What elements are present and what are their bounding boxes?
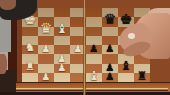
square-h1[interactable] [22,73,38,82]
white-pawn-h2[interactable]: ♟ [38,71,54,82]
square-a3[interactable] [54,8,70,17]
left-player-second-hand [0,54,7,74]
black-pawn-e6[interactable]: ♟ [102,43,118,54]
right-player-fingertip-highlight [128,33,135,39]
frame-inlay-line-dark [10,90,168,91]
white-bishop-c3[interactable]: ♝ [54,22,70,36]
square-a2[interactable] [38,8,54,17]
frame-inlay-line [10,88,168,89]
white-pawn-g3[interactable]: ♟ [54,62,70,73]
square-h3[interactable] [54,73,70,82]
square-h7[interactable] [118,73,134,82]
black-queen-b6[interactable]: ♛ [102,12,118,27]
square-d3[interactable] [54,36,70,45]
white-pawn-e4[interactable]: ♟ [70,43,86,54]
chess-photo-scene: ♚♛♝♞♜♝♟♟♟♟♟♚♛♝♜♟♟♟♟♟ [0,0,170,95]
square-c1[interactable] [22,27,38,36]
white-bishop-h5[interactable]: ♝ [86,69,102,83]
black-rook-h8[interactable]: ♜ [134,70,150,83]
square-b5[interactable] [86,17,102,26]
black-pawn-h6[interactable]: ♟ [102,71,118,82]
square-f5[interactable] [86,54,102,63]
black-pawn-e5[interactable]: ♟ [86,43,102,54]
square-c6[interactable] [102,27,118,36]
square-a5[interactable] [86,8,102,17]
square-c5[interactable] [86,27,102,36]
square-f2[interactable] [38,54,54,63]
white-knight-e1[interactable]: ♞ [22,41,38,54]
black-bishop-g7[interactable]: ♝ [118,59,134,73]
white-queen-c2[interactable]: ♛ [38,21,54,36]
white-pawn-e2[interactable]: ♟ [38,43,54,54]
white-rook-g1[interactable]: ♜ [22,60,38,73]
